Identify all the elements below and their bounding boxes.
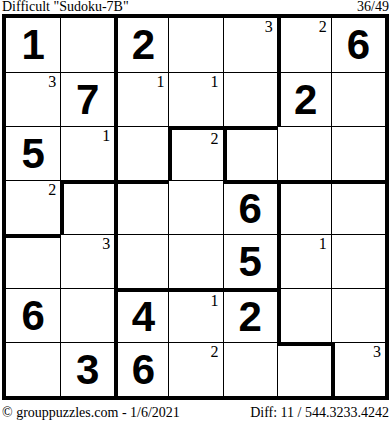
corner-hint: 1 [211, 293, 219, 310]
cell-r1c6[interactable]: 2 [277, 18, 331, 72]
cell-r3c1[interactable]: 5 [6, 126, 60, 180]
cell-r4c3[interactable] [114, 180, 168, 234]
given-digit: 2 [132, 24, 155, 66]
corner-hint: 2 [319, 19, 327, 36]
given-digit: 6 [132, 349, 155, 391]
footer: © grouppuzzles.com - 1/6/2021 Diff: 11 /… [2, 405, 389, 423]
cell-r4c4[interactable] [168, 180, 222, 234]
puzzle-title: Difficult "Sudoku-7B" [2, 0, 129, 13]
corner-hint: 1 [319, 236, 327, 253]
cell-r7c2[interactable]: 3 [60, 342, 114, 396]
given-digit: 7 [76, 79, 99, 121]
sudoku-grid: 12326371125122635164123623 [2, 14, 389, 400]
cell-r4c1[interactable]: 2 [6, 180, 60, 234]
cell-r3c7[interactable] [331, 126, 385, 180]
cell-r7c1[interactable] [6, 342, 60, 396]
cell-r2c3[interactable]: 1 [114, 72, 168, 126]
corner-hint: 2 [211, 344, 219, 361]
given-digit: 6 [347, 24, 370, 66]
corner-hint: 3 [373, 344, 381, 361]
cell-r5c6[interactable]: 1 [277, 234, 331, 288]
cell-r2c7[interactable] [331, 72, 385, 126]
cell-r1c2[interactable] [60, 18, 114, 72]
cell-r3c3[interactable] [114, 126, 168, 180]
cell-r5c4[interactable] [168, 234, 222, 288]
cell-r1c7[interactable]: 6 [331, 18, 385, 72]
cell-r5c2[interactable]: 3 [60, 234, 114, 288]
cell-r6c3[interactable]: 4 [114, 288, 168, 342]
cell-r6c5[interactable]: 2 [223, 288, 277, 342]
cell-r7c3[interactable]: 6 [114, 342, 168, 396]
cell-r3c6[interactable] [277, 126, 331, 180]
cell-r1c3[interactable]: 2 [114, 18, 168, 72]
cell-r2c2[interactable]: 7 [60, 72, 114, 126]
given-digit: 2 [238, 296, 261, 338]
given-digit: 6 [21, 295, 44, 337]
given-digit: 2 [294, 79, 317, 121]
given-digit: 1 [21, 24, 44, 66]
cell-r4c5[interactable]: 6 [223, 180, 277, 234]
cell-r1c5[interactable]: 3 [223, 18, 277, 72]
cell-r3c4[interactable]: 2 [168, 126, 222, 180]
cell-r4c6[interactable] [277, 180, 331, 234]
cell-r3c5[interactable] [223, 126, 277, 180]
cell-r5c5[interactable]: 5 [223, 234, 277, 288]
cell-r4c7[interactable] [331, 180, 385, 234]
difficulty-text: Diff: 11 / 544.3233.4242 [250, 405, 389, 421]
cell-r7c4[interactable]: 2 [168, 342, 222, 396]
cell-r5c1[interactable] [6, 234, 60, 288]
cell-r1c1[interactable]: 1 [6, 18, 60, 72]
copyright-text: © grouppuzzles.com - 1/6/2021 [2, 405, 180, 421]
given-digit: 5 [238, 241, 261, 283]
header: Difficult "Sudoku-7B" 36/49 [2, 0, 389, 14]
corner-hint: 3 [48, 74, 56, 91]
cell-r6c6[interactable] [277, 288, 331, 342]
cell-r7c7[interactable]: 3 [331, 342, 385, 396]
cell-r4c2[interactable] [60, 180, 114, 234]
given-digit: 6 [238, 188, 261, 230]
cell-r2c5[interactable] [223, 72, 277, 126]
corner-hint: 3 [102, 236, 110, 253]
cell-r6c7[interactable] [331, 288, 385, 342]
cell-r2c6[interactable]: 2 [277, 72, 331, 126]
page: Difficult "Sudoku-7B" 36/49 123263711251… [0, 0, 391, 426]
corner-hint: 2 [48, 182, 56, 199]
cell-r6c2[interactable] [60, 288, 114, 342]
puzzle-counter: 36/49 [357, 0, 389, 13]
cell-r1c4[interactable] [168, 18, 222, 72]
corner-hint: 1 [156, 74, 164, 91]
given-digit: 5 [21, 133, 44, 175]
cell-r3c2[interactable]: 1 [60, 126, 114, 180]
cell-r7c6[interactable] [277, 342, 331, 396]
corner-hint: 2 [211, 131, 219, 148]
cell-r5c7[interactable] [331, 234, 385, 288]
cell-r2c1[interactable]: 3 [6, 72, 60, 126]
cell-r7c5[interactable] [223, 342, 277, 396]
cell-r5c3[interactable] [114, 234, 168, 288]
given-digit: 4 [132, 296, 155, 338]
corner-hint: 1 [102, 128, 110, 145]
given-digit: 3 [76, 349, 99, 391]
cell-r2c4[interactable]: 1 [168, 72, 222, 126]
cell-r6c1[interactable]: 6 [6, 288, 60, 342]
corner-hint: 3 [265, 19, 273, 36]
corner-hint: 1 [211, 74, 219, 91]
cell-r6c4[interactable]: 1 [168, 288, 222, 342]
